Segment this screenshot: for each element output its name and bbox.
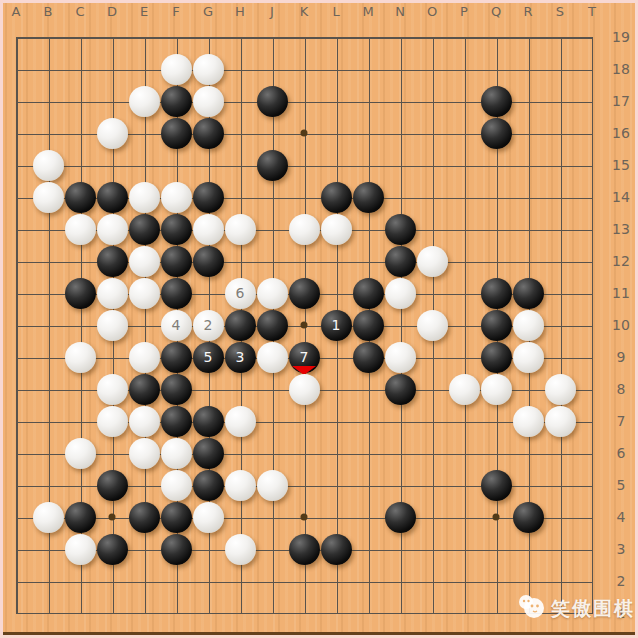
stone-black-Q5[interactable] bbox=[481, 470, 512, 501]
stone-white-D11[interactable] bbox=[97, 278, 128, 309]
move-number-4: 4 bbox=[172, 317, 181, 333]
go-board[interactable]: 6421537 bbox=[0, 21, 608, 629]
row-label-10: 10 bbox=[606, 309, 636, 341]
stone-white-R7[interactable] bbox=[513, 406, 544, 437]
stone-black-E8[interactable] bbox=[129, 374, 160, 405]
row-label-9: 9 bbox=[606, 341, 636, 373]
stone-white-G18[interactable] bbox=[193, 54, 224, 85]
stone-white-C9[interactable] bbox=[65, 342, 96, 373]
stone-black-F11[interactable] bbox=[161, 278, 192, 309]
stone-white-E7[interactable] bbox=[129, 406, 160, 437]
stone-black-Q9[interactable] bbox=[481, 342, 512, 373]
stone-black-G5[interactable] bbox=[193, 470, 224, 501]
row-label-16: 16 bbox=[606, 117, 636, 149]
stone-white-D7[interactable] bbox=[97, 406, 128, 437]
column-label-M: M bbox=[352, 4, 384, 19]
stone-black-K3[interactable] bbox=[289, 534, 320, 565]
stone-black-G12[interactable] bbox=[193, 246, 224, 277]
stone-white-B14[interactable] bbox=[33, 182, 64, 213]
column-label-A: A bbox=[0, 4, 32, 19]
column-label-G: G bbox=[192, 4, 224, 19]
stone-black-L14[interactable] bbox=[321, 182, 352, 213]
stone-white-K8[interactable] bbox=[289, 374, 320, 405]
column-label-R: R bbox=[512, 4, 544, 19]
column-label-P: P bbox=[448, 4, 480, 19]
stone-black-C14[interactable] bbox=[65, 182, 96, 213]
row-label-15: 15 bbox=[606, 149, 636, 181]
stone-white-S8[interactable] bbox=[545, 374, 576, 405]
stone-black-N8[interactable] bbox=[385, 374, 416, 405]
stone-white-E6[interactable] bbox=[129, 438, 160, 469]
column-label-F: F bbox=[160, 4, 192, 19]
stone-white-N11[interactable] bbox=[385, 278, 416, 309]
stone-black-G7[interactable] bbox=[193, 406, 224, 437]
stone-white-E17[interactable] bbox=[129, 86, 160, 117]
stone-black-N4[interactable] bbox=[385, 502, 416, 533]
stone-black-F8[interactable] bbox=[161, 374, 192, 405]
column-label-L: L bbox=[320, 4, 352, 19]
stone-black-R11[interactable] bbox=[513, 278, 544, 309]
stone-white-G13[interactable] bbox=[193, 214, 224, 245]
stone-white-J9[interactable] bbox=[257, 342, 288, 373]
go-board-screenshot: ABCDEFGHJKLMNOPQRST 19181716151413121110… bbox=[0, 0, 638, 638]
stone-white-O10[interactable] bbox=[417, 310, 448, 341]
stone-white-J11[interactable] bbox=[257, 278, 288, 309]
stone-white-Q8[interactable] bbox=[481, 374, 512, 405]
column-label-S: S bbox=[544, 4, 576, 19]
stone-black-F3[interactable] bbox=[161, 534, 192, 565]
stone-white-E9[interactable] bbox=[129, 342, 160, 373]
row-label-8: 8 bbox=[606, 373, 636, 405]
move-number-6: 6 bbox=[236, 285, 245, 301]
stone-white-F14[interactable] bbox=[161, 182, 192, 213]
stone-white-D16[interactable] bbox=[97, 118, 128, 149]
watermark-text: 笑傲围棋 bbox=[551, 596, 635, 622]
stone-black-G16[interactable] bbox=[193, 118, 224, 149]
stone-black-F4[interactable] bbox=[161, 502, 192, 533]
stone-white-L13[interactable] bbox=[321, 214, 352, 245]
stone-white-G10[interactable]: 2 bbox=[193, 310, 224, 341]
column-label-T: T bbox=[576, 4, 608, 19]
stone-black-F12[interactable] bbox=[161, 246, 192, 277]
stone-white-R9[interactable] bbox=[513, 342, 544, 373]
stone-white-F18[interactable] bbox=[161, 54, 192, 85]
stone-white-B4[interactable] bbox=[33, 502, 64, 533]
stone-white-R10[interactable] bbox=[513, 310, 544, 341]
stone-white-H13[interactable] bbox=[225, 214, 256, 245]
stone-white-H7[interactable] bbox=[225, 406, 256, 437]
stone-black-D14[interactable] bbox=[97, 182, 128, 213]
stone-white-E11[interactable] bbox=[129, 278, 160, 309]
row-label-11: 11 bbox=[606, 277, 636, 309]
stone-white-F5[interactable] bbox=[161, 470, 192, 501]
stone-black-H10[interactable] bbox=[225, 310, 256, 341]
stone-white-C3[interactable] bbox=[65, 534, 96, 565]
row-label-6: 6 bbox=[606, 437, 636, 469]
stone-black-F7[interactable] bbox=[161, 406, 192, 437]
move-number-5: 5 bbox=[204, 349, 213, 365]
stone-black-G9[interactable]: 5 bbox=[193, 342, 224, 373]
row-label-5: 5 bbox=[606, 469, 636, 501]
row-label-13: 13 bbox=[606, 213, 636, 245]
stone-black-E13[interactable] bbox=[129, 214, 160, 245]
stone-black-G14[interactable] bbox=[193, 182, 224, 213]
stone-white-J5[interactable] bbox=[257, 470, 288, 501]
board-bottom-edge bbox=[0, 632, 638, 638]
row-label-14: 14 bbox=[606, 181, 636, 213]
stone-white-F10[interactable]: 4 bbox=[161, 310, 192, 341]
column-label-B: B bbox=[32, 4, 64, 19]
stone-white-G17[interactable] bbox=[193, 86, 224, 117]
stone-black-K9[interactable]: 7 bbox=[289, 342, 320, 373]
row-label-19: 19 bbox=[606, 21, 636, 53]
column-label-N: N bbox=[384, 4, 416, 19]
stone-black-J15[interactable] bbox=[257, 150, 288, 181]
stone-black-C11[interactable] bbox=[65, 278, 96, 309]
column-labels: ABCDEFGHJKLMNOPQRST bbox=[0, 4, 608, 19]
column-label-H: H bbox=[224, 4, 256, 19]
column-label-C: C bbox=[64, 4, 96, 19]
stone-black-N13[interactable] bbox=[385, 214, 416, 245]
stone-white-K13[interactable] bbox=[289, 214, 320, 245]
row-label-7: 7 bbox=[606, 405, 636, 437]
row-label-3: 3 bbox=[606, 533, 636, 565]
stone-black-Q16[interactable] bbox=[481, 118, 512, 149]
column-label-K: K bbox=[288, 4, 320, 19]
stone-white-C6[interactable] bbox=[65, 438, 96, 469]
column-label-E: E bbox=[128, 4, 160, 19]
stone-white-E14[interactable] bbox=[129, 182, 160, 213]
stone-black-D5[interactable] bbox=[97, 470, 128, 501]
column-label-D: D bbox=[96, 4, 128, 19]
stone-black-H9[interactable]: 3 bbox=[225, 342, 256, 373]
move-number-1: 1 bbox=[332, 317, 341, 333]
stone-black-R4[interactable] bbox=[513, 502, 544, 533]
stone-white-D10[interactable] bbox=[97, 310, 128, 341]
stone-black-F17[interactable] bbox=[161, 86, 192, 117]
stone-white-B15[interactable] bbox=[33, 150, 64, 181]
stone-black-D12[interactable] bbox=[97, 246, 128, 277]
stone-black-M14[interactable] bbox=[353, 182, 384, 213]
stone-black-C4[interactable] bbox=[65, 502, 96, 533]
stone-black-M11[interactable] bbox=[353, 278, 384, 309]
stone-black-F16[interactable] bbox=[161, 118, 192, 149]
row-label-18: 18 bbox=[606, 53, 636, 85]
move-number-7: 7 bbox=[300, 349, 309, 365]
stone-white-H11[interactable]: 6 bbox=[225, 278, 256, 309]
stone-black-F13[interactable] bbox=[161, 214, 192, 245]
stone-white-E12[interactable] bbox=[129, 246, 160, 277]
stone-black-L10[interactable]: 1 bbox=[321, 310, 352, 341]
row-label-17: 17 bbox=[606, 85, 636, 117]
move-number-3: 3 bbox=[236, 349, 245, 365]
column-label-Q: Q bbox=[480, 4, 512, 19]
stone-white-H3[interactable] bbox=[225, 534, 256, 565]
column-label-J: J bbox=[256, 4, 288, 19]
move-number-2: 2 bbox=[204, 317, 213, 333]
stone-white-N9[interactable] bbox=[385, 342, 416, 373]
stone-white-C13[interactable] bbox=[65, 214, 96, 245]
go-stones-logo-icon bbox=[516, 593, 546, 624]
stone-black-J17[interactable] bbox=[257, 86, 288, 117]
stone-black-M9[interactable] bbox=[353, 342, 384, 373]
stone-black-G6[interactable] bbox=[193, 438, 224, 469]
stone-white-O12[interactable] bbox=[417, 246, 448, 277]
stone-black-Q17[interactable] bbox=[481, 86, 512, 117]
watermark: 笑傲围棋 bbox=[516, 593, 635, 624]
stone-black-D3[interactable] bbox=[97, 534, 128, 565]
stone-black-Q11[interactable] bbox=[481, 278, 512, 309]
stone-white-H5[interactable] bbox=[225, 470, 256, 501]
row-labels: 19181716151413121110987654321 bbox=[606, 21, 636, 629]
stone-white-D8[interactable] bbox=[97, 374, 128, 405]
stone-black-M10[interactable] bbox=[353, 310, 384, 341]
column-label-O: O bbox=[416, 4, 448, 19]
stone-white-F6[interactable] bbox=[161, 438, 192, 469]
stone-white-P8[interactable] bbox=[449, 374, 480, 405]
stone-white-S7[interactable] bbox=[545, 406, 576, 437]
stone-white-D13[interactable] bbox=[97, 214, 128, 245]
stone-black-J10[interactable] bbox=[257, 310, 288, 341]
stone-black-Q10[interactable] bbox=[481, 310, 512, 341]
stone-black-K11[interactable] bbox=[289, 278, 320, 309]
row-label-4: 4 bbox=[606, 501, 636, 533]
stone-black-F9[interactable] bbox=[161, 342, 192, 373]
stone-black-E4[interactable] bbox=[129, 502, 160, 533]
stone-black-L3[interactable] bbox=[321, 534, 352, 565]
stone-white-G4[interactable] bbox=[193, 502, 224, 533]
row-label-12: 12 bbox=[606, 245, 636, 277]
stone-black-N12[interactable] bbox=[385, 246, 416, 277]
